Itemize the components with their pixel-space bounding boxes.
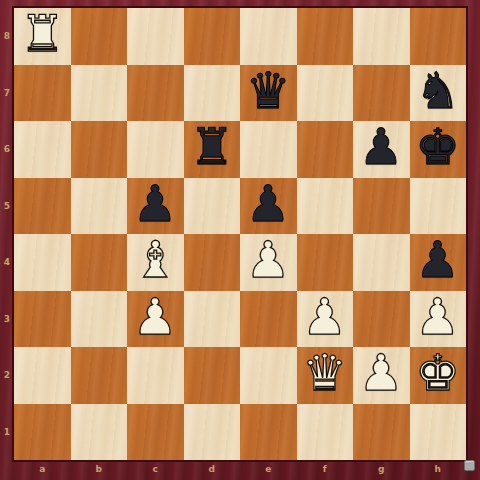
square-a8[interactable]: ♜: [14, 8, 71, 65]
square-d1[interactable]: [184, 404, 241, 461]
square-f3[interactable]: ♟: [297, 291, 354, 348]
square-a6[interactable]: [14, 121, 71, 178]
square-g4[interactable]: [353, 234, 410, 291]
square-b3[interactable]: [71, 291, 128, 348]
square-e4[interactable]: ♟: [240, 234, 297, 291]
square-b8[interactable]: [71, 8, 128, 65]
square-e5[interactable]: ♟: [240, 178, 297, 235]
square-a3[interactable]: [14, 291, 71, 348]
black-pawn[interactable]: ♟: [359, 121, 404, 175]
black-king[interactable]: ♚: [415, 121, 460, 175]
file-label-h: h: [410, 459, 467, 478]
rank-labels: 87654321: [0, 8, 14, 460]
square-f4[interactable]: [297, 234, 354, 291]
square-b7[interactable]: [71, 65, 128, 122]
black-rook[interactable]: ♜: [189, 121, 234, 175]
square-d7[interactable]: [184, 65, 241, 122]
rank-label-2: 2: [0, 347, 14, 404]
square-g5[interactable]: [353, 178, 410, 235]
square-a7[interactable]: [14, 65, 71, 122]
square-b1[interactable]: [71, 404, 128, 461]
black-pawn[interactable]: ♟: [246, 178, 291, 232]
square-c4[interactable]: ♝: [127, 234, 184, 291]
square-c2[interactable]: [127, 347, 184, 404]
file-label-b: b: [71, 459, 128, 478]
square-e2[interactable]: [240, 347, 297, 404]
square-c1[interactable]: [127, 404, 184, 461]
white-pawn[interactable]: ♟: [246, 234, 291, 288]
rank-label-7: 7: [0, 65, 14, 122]
rank-label-4: 4: [0, 234, 14, 291]
white-queen[interactable]: ♛: [302, 347, 347, 401]
black-knight[interactable]: ♞: [415, 65, 460, 119]
file-label-e: e: [240, 459, 297, 478]
square-e1[interactable]: [240, 404, 297, 461]
white-pawn[interactable]: ♟: [302, 291, 347, 345]
file-label-a: a: [14, 459, 71, 478]
white-king[interactable]: ♚: [415, 347, 460, 401]
square-f8[interactable]: [297, 8, 354, 65]
file-label-f: f: [297, 459, 354, 478]
square-h1[interactable]: [410, 404, 467, 461]
square-e3[interactable]: [240, 291, 297, 348]
square-b6[interactable]: [71, 121, 128, 178]
square-g3[interactable]: [353, 291, 410, 348]
square-b2[interactable]: [71, 347, 128, 404]
square-f6[interactable]: [297, 121, 354, 178]
black-queen[interactable]: ♛: [246, 65, 291, 119]
resize-grip[interactable]: [464, 460, 475, 471]
white-pawn[interactable]: ♟: [359, 347, 404, 401]
square-g2[interactable]: ♟: [353, 347, 410, 404]
square-c3[interactable]: ♟: [127, 291, 184, 348]
square-h8[interactable]: [410, 8, 467, 65]
black-pawn[interactable]: ♟: [133, 178, 178, 232]
square-e7[interactable]: ♛: [240, 65, 297, 122]
square-f5[interactable]: [297, 178, 354, 235]
square-g8[interactable]: [353, 8, 410, 65]
rank-label-3: 3: [0, 291, 14, 348]
square-d8[interactable]: [184, 8, 241, 65]
square-a4[interactable]: [14, 234, 71, 291]
square-c8[interactable]: [127, 8, 184, 65]
square-f1[interactable]: [297, 404, 354, 461]
square-h3[interactable]: ♟: [410, 291, 467, 348]
board-frame: 87654321 ♜♛♞♜♟♚♟♟♝♟♟♟♟♟♛♟♚ abcdefgh: [0, 0, 480, 480]
white-bishop[interactable]: ♝: [133, 234, 178, 288]
white-pawn[interactable]: ♟: [415, 291, 460, 345]
black-pawn[interactable]: ♟: [415, 234, 460, 288]
file-label-g: g: [353, 459, 410, 478]
square-a1[interactable]: [14, 404, 71, 461]
square-h7[interactable]: ♞: [410, 65, 467, 122]
square-d3[interactable]: [184, 291, 241, 348]
rank-label-8: 8: [0, 8, 14, 65]
square-h4[interactable]: ♟: [410, 234, 467, 291]
rank-label-6: 6: [0, 121, 14, 178]
square-g1[interactable]: [353, 404, 410, 461]
rank-label-1: 1: [0, 404, 14, 461]
square-c5[interactable]: ♟: [127, 178, 184, 235]
square-g6[interactable]: ♟: [353, 121, 410, 178]
square-e6[interactable]: [240, 121, 297, 178]
white-pawn[interactable]: ♟: [133, 291, 178, 345]
square-a5[interactable]: [14, 178, 71, 235]
square-c7[interactable]: [127, 65, 184, 122]
board: ♜♛♞♜♟♚♟♟♝♟♟♟♟♟♛♟♚: [14, 8, 466, 460]
square-c6[interactable]: [127, 121, 184, 178]
square-b5[interactable]: [71, 178, 128, 235]
white-rook[interactable]: ♜: [20, 8, 65, 62]
file-label-c: c: [127, 459, 184, 478]
square-e8[interactable]: [240, 8, 297, 65]
square-h6[interactable]: ♚: [410, 121, 467, 178]
square-f7[interactable]: [297, 65, 354, 122]
square-d2[interactable]: [184, 347, 241, 404]
square-a2[interactable]: [14, 347, 71, 404]
file-label-d: d: [184, 459, 241, 478]
square-f2[interactable]: ♛: [297, 347, 354, 404]
square-h5[interactable]: [410, 178, 467, 235]
square-d4[interactable]: [184, 234, 241, 291]
square-b4[interactable]: [71, 234, 128, 291]
square-d5[interactable]: [184, 178, 241, 235]
square-d6[interactable]: ♜: [184, 121, 241, 178]
square-h2[interactable]: ♚: [410, 347, 467, 404]
rank-label-5: 5: [0, 178, 14, 235]
square-g7[interactable]: [353, 65, 410, 122]
file-labels: abcdefgh: [14, 459, 466, 478]
